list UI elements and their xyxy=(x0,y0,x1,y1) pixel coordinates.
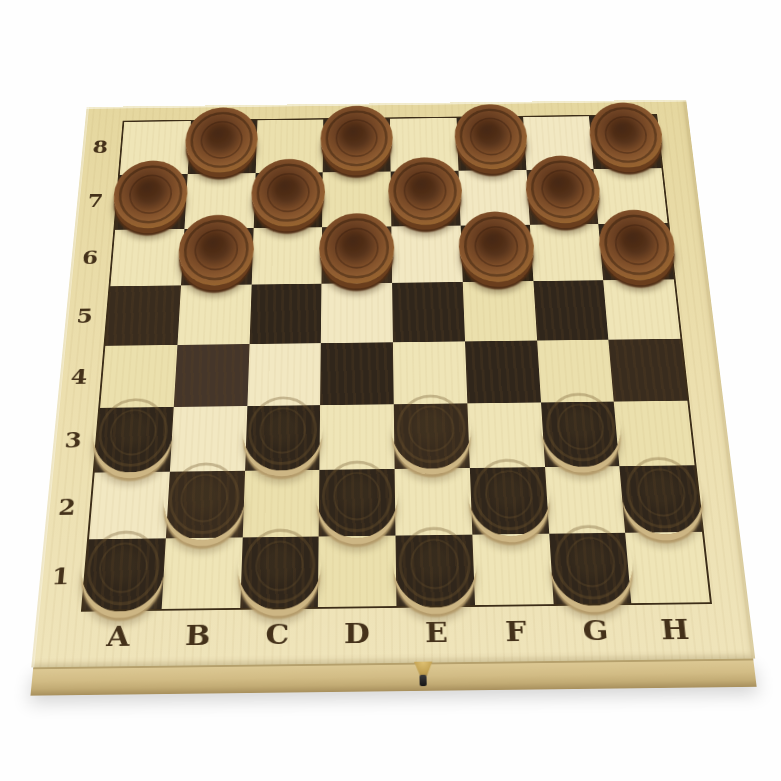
piece-light-c3 xyxy=(241,391,323,472)
scene: 87654321 ABCDEFGH xyxy=(0,0,781,781)
file-labels: ABCDEFGH xyxy=(87,100,687,107)
piece-dark-b8 xyxy=(184,107,259,173)
piece-dark-a7 xyxy=(111,161,189,230)
piece-dark-h8 xyxy=(587,102,666,168)
piece-light-g3 xyxy=(538,387,624,467)
piece-dark-d8 xyxy=(320,106,393,172)
piece-light-d2 xyxy=(316,454,399,538)
rank-label-7: 7 xyxy=(78,191,112,212)
clasp-latch-icon xyxy=(411,662,435,676)
piece-dark-b6 xyxy=(177,214,255,285)
rank-label-3: 3 xyxy=(54,428,92,453)
piece-light-h2 xyxy=(617,451,707,535)
rank-label-1: 1 xyxy=(41,563,80,590)
pieces-layer xyxy=(81,114,712,612)
piece-light-g1 xyxy=(546,518,636,606)
board-top-surface: 87654321 ABCDEFGH xyxy=(31,100,755,668)
piece-light-a1 xyxy=(78,524,168,612)
file-label-A: A xyxy=(77,620,159,653)
rank-label-2: 2 xyxy=(48,494,86,520)
piece-light-e1 xyxy=(393,520,479,608)
product-photo: 87654321 ABCDEFGH xyxy=(0,0,781,781)
file-label-C: C xyxy=(237,618,317,651)
rank-label-6: 6 xyxy=(72,247,107,269)
piece-dark-f6 xyxy=(458,211,537,282)
checkers-board: 87654321 ABCDEFGH xyxy=(28,100,759,702)
file-label-D: D xyxy=(317,617,397,650)
piece-dark-h6 xyxy=(596,209,678,280)
piece-light-a3 xyxy=(90,393,176,474)
file-label-H: H xyxy=(634,613,716,646)
piece-dark-e7 xyxy=(388,157,463,225)
piece-dark-f8 xyxy=(454,104,529,170)
file-label-B: B xyxy=(157,619,238,652)
rank-label-8: 8 xyxy=(83,137,117,157)
rank-label-5: 5 xyxy=(67,305,103,328)
piece-light-b2 xyxy=(161,456,247,540)
piece-dark-g7 xyxy=(524,156,603,224)
piece-dark-d6 xyxy=(319,213,395,284)
piece-light-e3 xyxy=(391,389,473,470)
file-label-F: F xyxy=(476,615,557,648)
piece-light-c1 xyxy=(236,522,321,610)
clasp-pin-icon xyxy=(419,675,426,686)
rank-label-4: 4 xyxy=(61,365,98,389)
rank-labels: 87654321 xyxy=(87,100,687,107)
file-label-E: E xyxy=(397,616,477,649)
file-label-G: G xyxy=(555,614,637,647)
piece-light-f2 xyxy=(467,452,553,536)
piece-dark-c7 xyxy=(250,159,325,227)
